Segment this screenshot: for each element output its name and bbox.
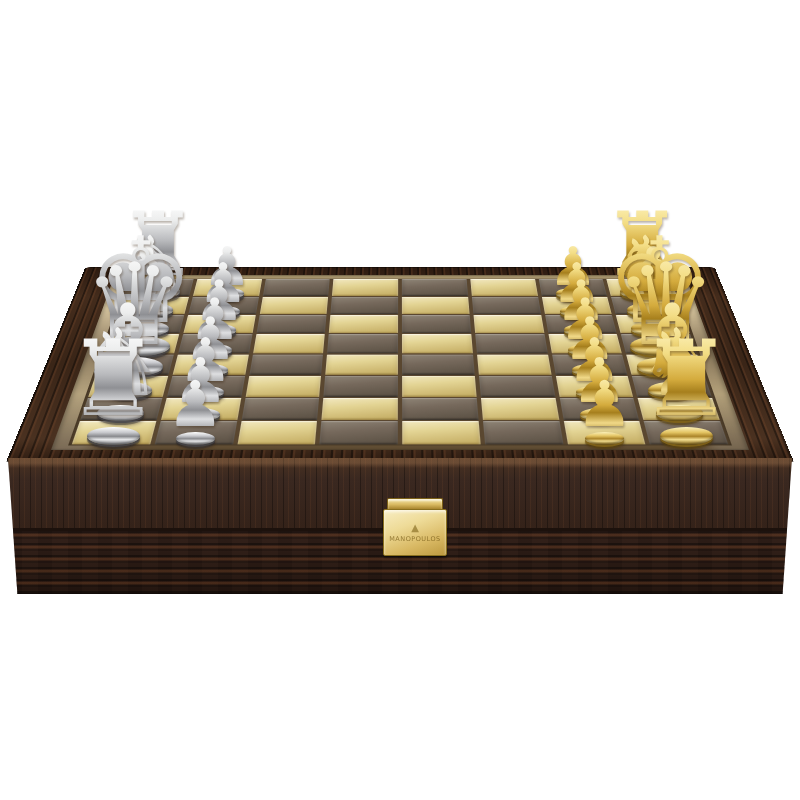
square-r5-c4 <box>326 355 398 375</box>
square-r1-c5 <box>402 279 468 296</box>
square-r3-c6 <box>473 315 544 333</box>
square-r5-c3 <box>249 355 323 375</box>
square-r1-c7 <box>538 279 607 296</box>
square-r2-c2 <box>188 297 259 314</box>
brand-name-text: MANOPOULOS <box>389 535 440 543</box>
wooden-case-front: ▲ MANOPOULOS <box>8 458 792 594</box>
square-r3-c3 <box>256 315 327 333</box>
square-r7-c2 <box>161 398 241 420</box>
square-r6-c3 <box>245 376 321 397</box>
square-r8-c7 <box>563 421 645 444</box>
brand-logo-icon: ▲ <box>411 523 419 533</box>
square-r4-c6 <box>475 334 547 353</box>
chess-board <box>6 267 794 462</box>
square-r3-c8 <box>616 315 690 333</box>
square-r7-c1 <box>80 398 162 420</box>
square-r6-c4 <box>324 376 398 397</box>
square-r3-c5 <box>402 315 471 333</box>
square-r1-c8 <box>607 279 677 296</box>
square-r6-c2 <box>167 376 245 397</box>
square-r2-c1 <box>117 297 189 314</box>
square-r6-c6 <box>479 376 555 397</box>
square-r5-c8 <box>626 355 704 375</box>
square-r8-c5 <box>402 421 480 444</box>
square-r7-c4 <box>322 398 398 420</box>
square-r4-c3 <box>253 334 325 353</box>
square-r8-c1 <box>72 421 156 444</box>
square-r7-c7 <box>559 398 639 420</box>
square-r8-c8 <box>644 421 728 444</box>
square-r3-c2 <box>183 315 255 333</box>
square-r3-c7 <box>545 315 617 333</box>
square-r8-c2 <box>154 421 236 444</box>
square-r1-c1 <box>123 279 193 296</box>
square-r2-c8 <box>611 297 683 314</box>
square-r1-c6 <box>470 279 537 296</box>
square-r4-c8 <box>621 334 697 353</box>
square-r8-c6 <box>483 421 563 444</box>
board-grid <box>68 279 732 446</box>
square-r3-c4 <box>329 315 398 333</box>
square-r2-c4 <box>331 297 399 314</box>
chess-set-photo: ♜♟♞♟♝♟♚♟♛♟♝♟♞♟♜♟♜♟♞♟♝♟♚♟♛♟♝♟♞♟♜♟ ▲ MANOP… <box>0 0 800 800</box>
square-r8-c4 <box>320 421 398 444</box>
square-r6-c7 <box>555 376 633 397</box>
square-r5-c1 <box>96 355 174 375</box>
square-r2-c5 <box>402 297 470 314</box>
square-r2-c6 <box>472 297 541 314</box>
square-r4-c7 <box>548 334 622 353</box>
square-r7-c3 <box>241 398 319 420</box>
square-r4-c5 <box>402 334 473 353</box>
clasp-plate: ▲ MANOPOULOS <box>383 509 447 556</box>
square-r7-c5 <box>402 398 478 420</box>
square-r7-c8 <box>638 398 720 420</box>
square-r1-c2 <box>193 279 262 296</box>
square-r5-c2 <box>172 355 248 375</box>
square-r2-c3 <box>259 297 328 314</box>
square-r5-c6 <box>477 355 551 375</box>
square-r6-c1 <box>88 376 168 397</box>
square-r3-c1 <box>110 315 184 333</box>
square-r4-c4 <box>327 334 398 353</box>
square-r7-c6 <box>481 398 559 420</box>
square-r1-c4 <box>332 279 398 296</box>
square-r8-c3 <box>237 421 317 444</box>
brass-clasp: ▲ MANOPOULOS <box>383 498 447 556</box>
square-r4-c1 <box>103 334 179 353</box>
square-r1-c3 <box>262 279 329 296</box>
square-r6-c8 <box>632 376 712 397</box>
clasp-latch <box>387 498 443 509</box>
square-r2-c7 <box>541 297 612 314</box>
square-r5-c7 <box>552 355 628 375</box>
square-r6-c5 <box>402 376 476 397</box>
square-r4-c2 <box>178 334 252 353</box>
square-r5-c5 <box>402 355 474 375</box>
